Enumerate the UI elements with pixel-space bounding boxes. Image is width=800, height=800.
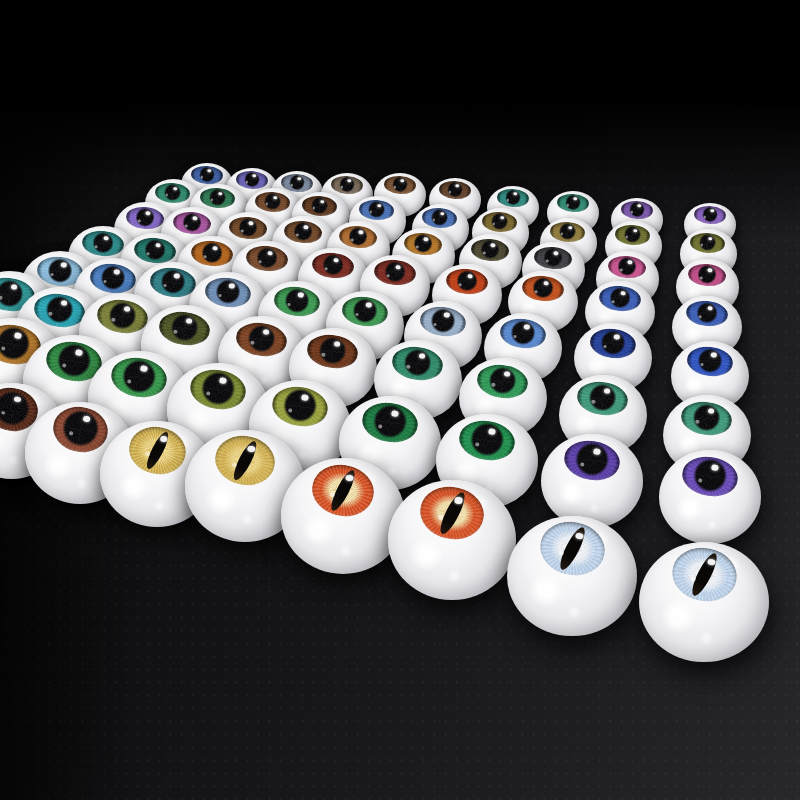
secondary-catchlight	[433, 219, 436, 222]
secondary-catchlight	[258, 259, 262, 262]
pupil-catchlight	[423, 237, 428, 241]
iris-charcoal	[533, 245, 573, 271]
slit-pupil	[230, 439, 260, 483]
pupil-catchlight	[267, 250, 273, 255]
iris-russet	[305, 331, 360, 370]
secondary-catchlight	[251, 340, 256, 344]
pupil-catchlight	[61, 299, 68, 305]
iris-blue	[685, 299, 729, 328]
iris-dark-red	[311, 251, 355, 280]
pupil-catchlight	[174, 273, 180, 278]
secondary-catchlight	[701, 244, 704, 247]
pupil-catchlight	[620, 290, 626, 295]
secondary-catchlight	[1, 346, 6, 351]
iris-violet	[693, 205, 726, 225]
secondary-catchlight	[534, 289, 538, 292]
iris-slate-blue	[203, 275, 252, 309]
iris-blue	[498, 316, 547, 350]
pupil-catchlight	[11, 283, 18, 289]
pupil-catchlight	[440, 212, 445, 216]
iris-green	[340, 294, 389, 328]
pupil-catchlight	[543, 280, 549, 285]
secondary-catchlight	[62, 363, 67, 368]
pupil-catchlight	[488, 429, 496, 436]
iris-amber	[403, 231, 443, 257]
secondary-catchlight	[630, 211, 633, 213]
secondary-catchlight	[174, 329, 179, 333]
pupil-catchlight	[124, 305, 131, 311]
pupil-catchlight	[75, 350, 83, 357]
iris-red-orange	[445, 267, 489, 296]
secondary-catchlight	[240, 229, 243, 232]
secondary-catchlight	[203, 254, 207, 257]
pupil-catchlight	[444, 312, 450, 317]
pupil-catchlight	[627, 260, 632, 264]
secondary-catchlight	[696, 419, 701, 423]
pupil-catchlight	[614, 334, 620, 339]
iris-blue-violet	[235, 170, 268, 190]
iris-emerald	[359, 399, 421, 447]
pupil-catchlight	[593, 449, 601, 456]
slit-pupil	[436, 490, 468, 537]
iris-pink	[607, 254, 647, 280]
doll-eye-row8-col7-ice-blue-cat-eye	[507, 516, 637, 637]
doll-eye-row7-col9-purple	[659, 450, 761, 544]
iris-yellow-cat-eye	[125, 422, 190, 479]
secondary-catchlight	[458, 282, 462, 285]
pupil-catchlight	[334, 340, 341, 346]
iris-navy-blue	[190, 165, 223, 185]
pupil-catchlight	[301, 395, 309, 402]
pupil-catchlight	[114, 269, 120, 274]
pupil-catchlight	[186, 317, 193, 323]
iris-brown	[245, 244, 289, 273]
secondary-catchlight	[699, 276, 702, 279]
secondary-catchlight	[313, 207, 316, 210]
pupil-catchlight	[524, 324, 530, 329]
pupil-catchlight	[377, 204, 382, 208]
iris-olive	[690, 232, 727, 254]
iris-deep-teal	[133, 236, 177, 265]
pupil-catchlight	[173, 187, 178, 191]
secondary-catchlight	[580, 462, 585, 467]
iris-orchid	[172, 210, 212, 236]
iris-lime-olive	[269, 383, 331, 431]
pupil-catchlight	[467, 273, 473, 278]
iris-teal-green	[556, 193, 589, 213]
iris-sea-green	[575, 378, 630, 417]
pupil-catchlight	[395, 264, 401, 269]
doll-eye-row8-col8-ice-blue-cat-eye	[639, 542, 769, 663]
pupil-catchlight	[145, 211, 150, 215]
iris-ice-blue-cat-eye	[667, 542, 741, 607]
eye-grid	[0, 0, 800, 800]
secondary-catchlight	[492, 382, 497, 386]
secondary-catchlight	[324, 266, 328, 269]
secondary-catchlight	[163, 283, 167, 287]
secondary-catchlight	[506, 199, 509, 201]
pupil-catchlight	[500, 216, 505, 220]
secondary-catchlight	[94, 244, 98, 247]
iris-royal-blue	[685, 344, 734, 378]
pupil-catchlight	[347, 179, 351, 183]
slit-pupil	[688, 551, 721, 599]
secondary-catchlight	[288, 408, 293, 413]
secondary-catchlight	[378, 424, 383, 429]
pupil-catchlight	[297, 177, 301, 181]
pupil-catchlight	[155, 242, 161, 247]
doll-eye-row8-col5-red-cat-eye	[281, 458, 405, 573]
pupil-catchlight	[82, 416, 90, 423]
iris-steel-blue	[88, 261, 137, 295]
secondary-catchlight	[146, 251, 150, 254]
secondary-catchlight	[566, 204, 569, 206]
secondary-catchlight	[690, 576, 696, 581]
secondary-catchlight	[493, 223, 496, 226]
pupil-catchlight	[707, 268, 712, 272]
pupil-catchlight	[192, 216, 197, 220]
pupil-catchlight	[419, 352, 426, 358]
pupil-catchlight	[573, 197, 577, 201]
secondary-catchlight	[232, 462, 238, 467]
iris-red-cat-eye	[416, 481, 489, 545]
iris-teal	[496, 188, 529, 208]
pupil-catchlight	[366, 302, 372, 307]
iris-sea-green	[390, 343, 445, 382]
secondary-catchlight	[386, 273, 390, 276]
iris-dark-olive	[470, 237, 510, 263]
pupil-catchlight	[708, 237, 713, 241]
pupil-catchlight	[633, 229, 638, 233]
pupil-catchlight	[711, 465, 719, 472]
secondary-catchlight	[290, 184, 293, 186]
pupil-catchlight	[400, 179, 404, 183]
iris-olive	[95, 296, 150, 335]
pupil-catchlight	[273, 196, 278, 200]
secondary-catchlight	[127, 379, 132, 384]
doll-eye-row8-col6-red-cat-eye	[388, 480, 516, 599]
pupil-catchlight	[707, 305, 713, 310]
secondary-catchlight	[49, 311, 54, 315]
secondary-catchlight	[329, 492, 335, 497]
pupil-catchlight	[490, 243, 495, 247]
pupil-catchlight	[207, 169, 211, 173]
iris-red-cat-eye	[308, 459, 379, 521]
secondary-catchlight	[137, 219, 140, 222]
secondary-catchlight	[558, 550, 564, 555]
pupil-catchlight	[303, 225, 308, 229]
pupil-catchlight	[455, 184, 459, 188]
pupil-catchlight	[229, 283, 235, 288]
iris-red-brown	[49, 403, 112, 458]
secondary-catchlight	[703, 216, 706, 218]
iris-gray-brown	[330, 175, 363, 195]
secondary-catchlight	[603, 344, 607, 348]
secondary-catchlight	[448, 191, 451, 193]
secondary-catchlight	[322, 352, 327, 356]
pupil-catchlight	[568, 226, 573, 230]
iris-blue	[359, 199, 396, 221]
secondary-catchlight	[698, 478, 703, 483]
iris-magenta-pink	[687, 262, 727, 288]
iris-dark-olive	[157, 308, 212, 347]
pupil-catchlight	[637, 204, 641, 208]
iris-purple	[561, 437, 623, 485]
pupil-catchlight	[708, 407, 715, 413]
pupil-catchlight	[252, 174, 256, 178]
pupil-catchlight	[504, 370, 511, 376]
iris-khaki	[550, 221, 587, 243]
iris-dark-red	[373, 258, 417, 287]
iris-green	[108, 354, 170, 402]
secondary-catchlight	[295, 233, 298, 236]
secondary-catchlight	[184, 224, 187, 227]
pupil-catchlight	[604, 387, 611, 393]
iris-ice-blue-cat-eye	[535, 516, 609, 581]
pupil-catchlight	[103, 235, 109, 240]
secondary-catchlight	[0, 295, 4, 299]
iris-emerald	[456, 417, 518, 465]
iris-brown	[234, 319, 289, 358]
pupil-catchlight	[553, 251, 558, 255]
secondary-catchlight	[407, 364, 412, 368]
iris-red-orange	[521, 274, 565, 303]
secondary-catchlight	[698, 314, 702, 317]
secondary-catchlight	[287, 302, 291, 306]
slit-pupil	[143, 429, 172, 471]
iris-brown	[255, 191, 292, 213]
pupil-catchlight	[320, 200, 325, 204]
secondary-catchlight	[355, 312, 359, 316]
pupil-catchlight	[711, 352, 717, 357]
pupil-catchlight	[212, 245, 218, 250]
secondary-catchlight	[545, 259, 548, 262]
pupil-catchlight	[218, 192, 223, 196]
iris-dark-teal	[148, 265, 197, 299]
iris-brown	[383, 175, 416, 195]
iris-blue	[598, 284, 642, 313]
secondary-catchlight	[340, 186, 343, 188]
iris-olive-brown	[482, 211, 519, 233]
iris-blue	[422, 207, 459, 229]
secondary-catchlight	[370, 211, 373, 214]
secondary-catchlight	[218, 293, 222, 297]
pupil-catchlight	[140, 366, 148, 373]
secondary-catchlight	[626, 236, 629, 239]
secondary-catchlight	[611, 299, 615, 302]
pupil-catchlight	[710, 209, 714, 213]
secondary-catchlight	[112, 317, 117, 321]
pupil-catchlight	[263, 328, 270, 334]
secondary-catchlight	[68, 431, 73, 436]
iris-violet	[125, 205, 165, 231]
pupil-catchlight	[248, 221, 253, 225]
pupil-catchlight	[14, 396, 22, 402]
secondary-catchlight	[103, 279, 107, 283]
iris-green	[272, 284, 321, 318]
iris-green	[475, 361, 530, 400]
iris-navy	[588, 326, 637, 360]
pupil-catchlight	[391, 411, 399, 418]
secondary-catchlight	[350, 238, 353, 241]
pupil-catchlight	[219, 378, 227, 385]
pupil-catchlight	[61, 262, 67, 267]
iris-copper	[338, 224, 378, 250]
secondary-catchlight	[50, 272, 54, 276]
secondary-catchlight	[266, 203, 269, 206]
iris-teal-green	[155, 182, 192, 204]
secondary-catchlight	[166, 194, 169, 197]
iris-orange-brown	[190, 239, 234, 268]
iris-brown	[228, 215, 268, 241]
iris-viridian	[200, 187, 237, 209]
iris-olive	[615, 224, 652, 246]
pupil-catchlight	[298, 292, 304, 297]
iris-purple	[679, 453, 741, 501]
iris-brown	[283, 219, 323, 245]
secondary-catchlight	[433, 322, 437, 326]
iris-dark-brown	[438, 180, 471, 200]
iris-sea-green	[679, 398, 734, 437]
pupil-catchlight	[14, 333, 22, 340]
secondary-catchlight	[513, 334, 517, 338]
secondary-catchlight	[482, 251, 485, 254]
pupil-catchlight	[513, 192, 517, 196]
pupil-catchlight	[358, 230, 363, 234]
iris-violet	[620, 200, 653, 220]
secondary-catchlight	[700, 362, 704, 366]
slit-pupil	[556, 525, 589, 573]
secondary-catchlight	[475, 442, 480, 447]
iris-gray-blue	[418, 304, 467, 338]
secondary-catchlight	[393, 186, 396, 188]
iris-dark-brown	[302, 195, 339, 217]
pupil-catchlight	[333, 257, 339, 262]
slit-pupil	[327, 467, 358, 512]
iris-teal	[81, 229, 125, 258]
secondary-catchlight	[592, 399, 597, 403]
secondary-catchlight	[245, 181, 248, 183]
photo-of-doll-eyes	[0, 0, 800, 800]
secondary-catchlight	[415, 245, 418, 248]
iris-olive-green	[187, 366, 249, 414]
secondary-catchlight	[206, 391, 211, 396]
secondary-catchlight	[211, 199, 214, 202]
iris-yellow-cat-eye	[211, 431, 279, 491]
secondary-catchlight	[0, 410, 5, 414]
doll-eye-row7-col8-purple	[541, 434, 643, 528]
secondary-catchlight	[144, 452, 149, 457]
secondary-catchlight	[200, 176, 203, 178]
secondary-catchlight	[561, 233, 564, 236]
secondary-catchlight	[619, 268, 622, 271]
